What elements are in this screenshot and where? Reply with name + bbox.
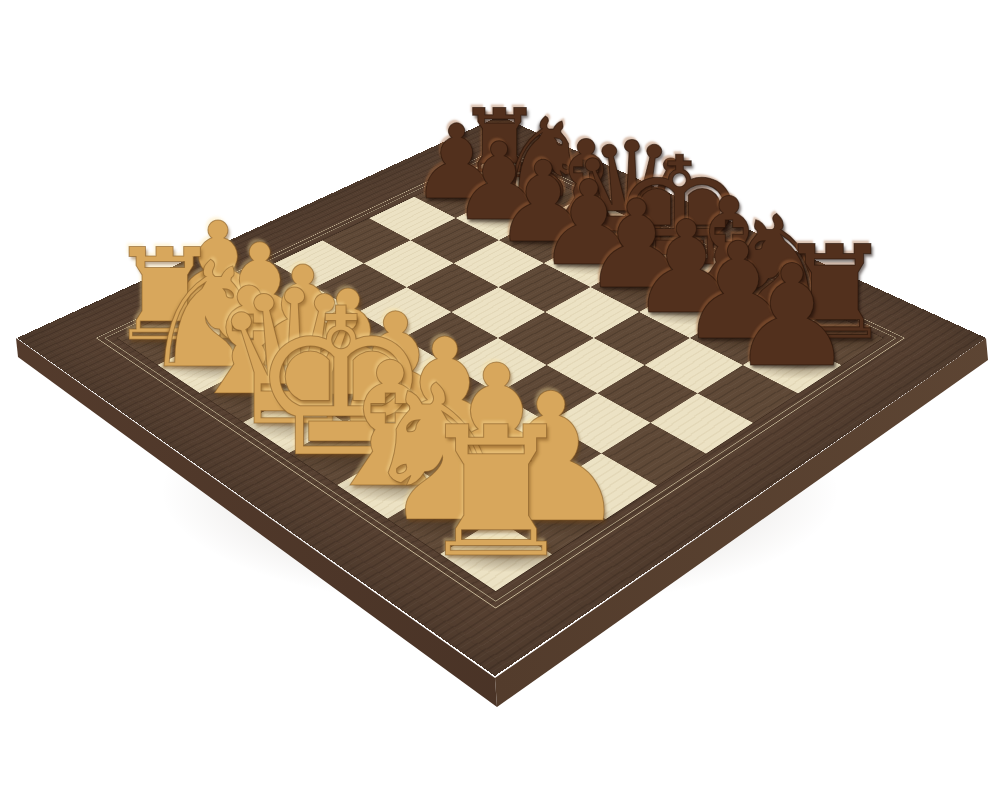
product-photo: ♜♞♝♛♚♝♞♜♟♟♟♟♟♟♟♟♟♟♟♟♟♟♟♟♜♞♝♛♚♝♞♜ xyxy=(0,0,1000,800)
